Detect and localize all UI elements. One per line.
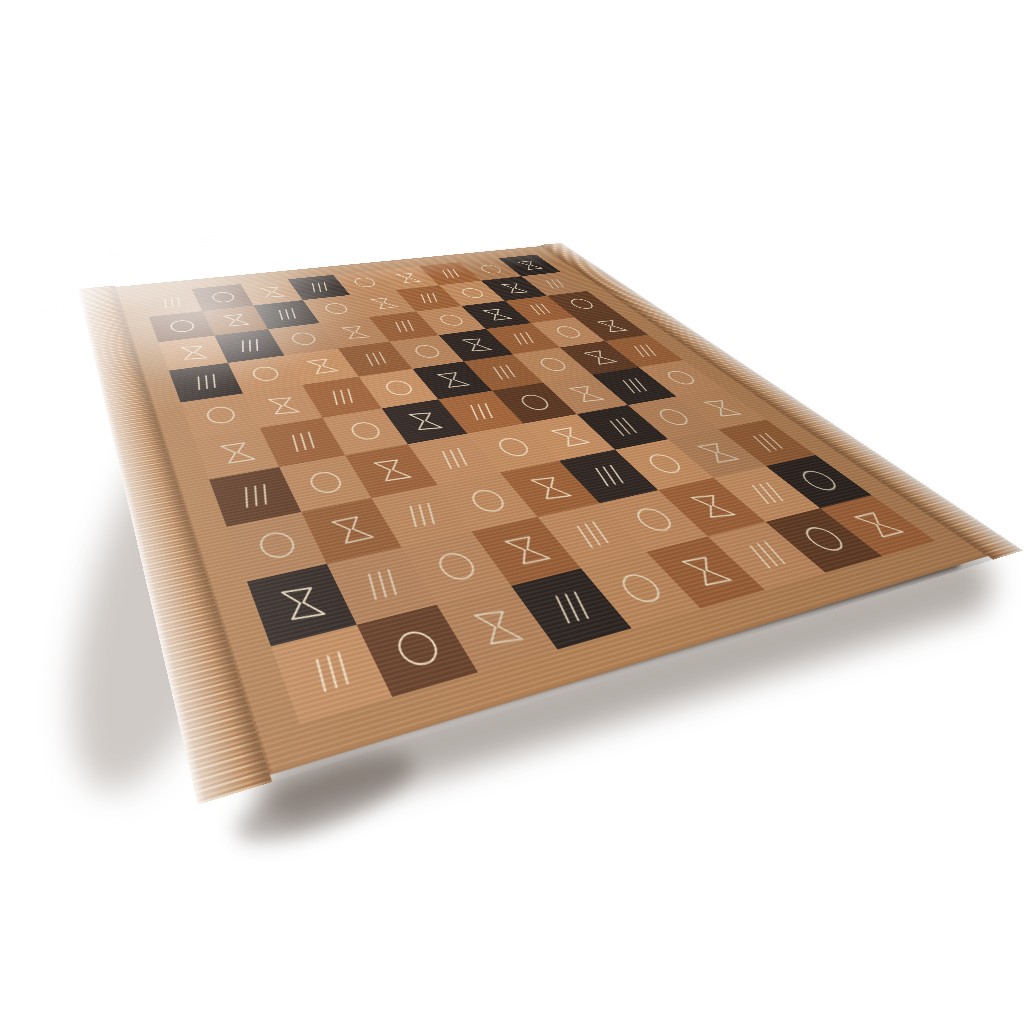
board-cell: [371, 485, 471, 547]
circle-icon: [247, 526, 305, 566]
circle-icon: [425, 546, 487, 587]
hourglass-icon: [212, 438, 261, 467]
board-cell: [228, 355, 302, 393]
board-cell: [522, 272, 588, 296]
board-cell: [472, 517, 581, 586]
circle-icon: [459, 485, 514, 517]
three-lines-icon: [520, 301, 559, 317]
three-lines-icon: [384, 318, 423, 335]
board-cell: [486, 323, 560, 354]
three-lines-icon: [739, 429, 793, 455]
circle-icon: [347, 276, 382, 290]
board-cell: [243, 385, 322, 428]
three-lines-icon: [622, 342, 665, 359]
circle-icon: [487, 433, 539, 461]
board-cell: [158, 336, 228, 371]
hourglass-icon: [271, 581, 332, 627]
board-cell: [628, 396, 719, 439]
board-cell: [268, 323, 338, 355]
circle-icon: [510, 391, 557, 413]
three-lines-icon: [537, 585, 604, 629]
board-cell: [676, 388, 766, 429]
photo-background: [0, 0, 1024, 1024]
three-lines-icon: [184, 371, 226, 393]
board-cell: [369, 311, 439, 341]
board-cell: [419, 262, 481, 285]
three-lines-icon: [278, 428, 327, 456]
circle-icon: [561, 296, 600, 311]
hourglass-icon: [390, 271, 425, 284]
three-lines-icon: [319, 385, 363, 408]
three-lines-icon: [457, 400, 504, 423]
hourglass-icon: [590, 318, 631, 334]
board-cell: [500, 461, 600, 517]
board-cell: [498, 255, 560, 277]
hourglass-icon: [463, 604, 530, 651]
hourglass-icon: [255, 285, 289, 299]
game-board: [140, 255, 935, 724]
hourglass-icon: [260, 394, 304, 418]
board-cell: [439, 281, 505, 306]
circle-icon: [657, 368, 704, 389]
board-cell: [288, 275, 350, 300]
circle-icon: [406, 343, 446, 361]
hourglass-icon: [681, 490, 741, 521]
rug: [115, 246, 988, 775]
hourglass-icon: [577, 348, 621, 368]
hourglass-icon: [495, 282, 531, 295]
board-cell: [714, 466, 821, 522]
board-cell: [547, 291, 616, 317]
board-cell: [301, 498, 401, 564]
board-cell: [395, 285, 461, 311]
hourglass-icon: [845, 507, 909, 542]
three-lines-icon: [536, 277, 573, 290]
board-cell: [438, 391, 523, 434]
circle-icon: [243, 363, 285, 385]
hourglass-icon: [522, 473, 577, 504]
board-cell: [646, 536, 765, 608]
board-cell: [639, 360, 723, 396]
board-cell: [194, 428, 279, 480]
circle-icon: [606, 567, 673, 609]
board-cell: [439, 329, 513, 361]
three-lines-icon: [580, 461, 635, 491]
board-cell: [214, 329, 284, 363]
three-lines-icon: [230, 336, 268, 354]
board-cell: [389, 335, 463, 369]
board-cell: [402, 532, 512, 605]
board-cell: [140, 289, 202, 317]
board-cell: [574, 312, 648, 341]
board-cell: [209, 467, 301, 527]
hourglass-icon: [689, 439, 744, 466]
board-cell: [382, 399, 467, 444]
board-cell: [766, 508, 883, 572]
circle-icon: [284, 330, 322, 348]
circle-icon: [198, 403, 241, 427]
three-lines-icon: [502, 330, 543, 347]
three-lines-icon: [610, 375, 657, 396]
board-cell: [513, 348, 592, 383]
board-cell: [600, 490, 708, 552]
board-cell: [766, 455, 872, 508]
board-cell: [559, 450, 658, 503]
three-lines-icon: [560, 516, 621, 553]
circle-icon: [547, 324, 588, 341]
three-lines-icon: [153, 294, 189, 310]
hourglass-icon: [696, 397, 746, 419]
hourglass-icon: [365, 455, 417, 485]
hourglass-icon: [476, 307, 515, 323]
board-cell: [247, 564, 357, 646]
hourglass-icon: [543, 423, 595, 450]
board-cell: [408, 434, 500, 485]
board-cell: [241, 279, 303, 305]
circle-icon: [431, 312, 470, 328]
board-cell: [350, 290, 416, 317]
board-cell: [577, 405, 668, 450]
three-lines-icon: [427, 444, 479, 473]
circle-icon: [530, 354, 575, 374]
board-cell: [481, 276, 547, 301]
hourglass-icon: [561, 383, 608, 405]
board-cell: [437, 586, 558, 673]
board-cell: [345, 444, 437, 498]
board-cell: [658, 478, 765, 537]
board-cell: [708, 522, 826, 590]
board-cell: [581, 552, 701, 628]
board-cell: [303, 295, 369, 323]
board-cell: [505, 296, 575, 323]
board-cell: [820, 495, 935, 556]
board-cell: [538, 503, 647, 568]
circle-icon: [206, 290, 239, 304]
hourglass-icon: [216, 312, 253, 329]
board-cell: [464, 354, 543, 390]
three-lines-icon: [736, 478, 795, 508]
board-cell: [377, 266, 439, 290]
board-cell: [254, 300, 320, 329]
board-cell: [227, 512, 327, 582]
board-cell: [592, 367, 676, 405]
circle-icon: [163, 318, 200, 335]
board-cell: [279, 455, 371, 512]
board-cell: [320, 317, 390, 348]
board-cell: [461, 301, 531, 329]
circle-icon: [376, 377, 421, 399]
hourglass-icon: [429, 369, 474, 390]
hourglass-icon: [495, 531, 557, 570]
three-lines-icon: [596, 414, 647, 440]
board-cell: [202, 305, 268, 335]
three-lines-icon: [301, 280, 335, 294]
three-lines-icon: [268, 306, 306, 323]
three-lines-icon: [296, 644, 366, 701]
circle-icon: [790, 521, 855, 558]
board-cell: [523, 414, 615, 461]
hourglass-icon: [322, 511, 380, 549]
board-cell: [322, 408, 407, 455]
three-lines-icon: [229, 479, 279, 512]
board-cell: [492, 383, 577, 424]
circle-icon: [454, 286, 490, 300]
hourglass-icon: [335, 324, 374, 341]
board-cell: [333, 270, 395, 294]
board-cell: [531, 317, 605, 347]
three-lines-icon: [733, 536, 799, 574]
board-cell: [302, 377, 382, 418]
circle-icon: [648, 406, 698, 429]
board-cell: [543, 375, 628, 414]
board-cell: [412, 361, 491, 399]
three-lines-icon: [353, 349, 396, 369]
circle-icon: [473, 263, 508, 276]
board-cell: [284, 348, 358, 384]
circle-icon: [383, 624, 449, 674]
board-cell: [668, 429, 766, 478]
circle-icon: [340, 418, 389, 445]
hourglass-icon: [401, 409, 447, 433]
board-cell: [605, 335, 683, 367]
hourglass-icon: [455, 336, 496, 354]
board-cell: [511, 568, 631, 649]
board-cell: [271, 625, 392, 724]
three-lines-icon: [432, 267, 467, 280]
three-lines-icon: [410, 291, 446, 305]
board-cell: [438, 473, 538, 532]
three-lines-icon: [350, 563, 411, 606]
board-cell: [615, 439, 714, 490]
rug-border-band: [115, 246, 988, 775]
circle-icon: [317, 301, 355, 317]
board-cell: [149, 311, 215, 342]
board-cell: [260, 418, 345, 467]
board-cell: [181, 393, 260, 438]
board-cell: [560, 341, 639, 375]
circle-icon: [789, 466, 848, 495]
three-lines-icon: [394, 498, 449, 531]
board-cell: [357, 605, 478, 697]
hourglass-icon: [672, 551, 738, 591]
board-cell: [327, 547, 437, 625]
circle-icon: [622, 502, 683, 538]
board-cell: [718, 420, 815, 466]
board-cell: [359, 369, 439, 409]
hourglass-icon: [300, 356, 343, 377]
board-cell: [338, 342, 412, 377]
board-cell: [192, 284, 254, 311]
hourglass-icon: [174, 343, 211, 362]
board-cell: [459, 258, 521, 280]
hourglass-icon: [512, 259, 547, 272]
circle-icon: [299, 467, 350, 498]
circle-icon: [636, 450, 691, 478]
hourglass-icon: [364, 295, 402, 311]
board-cell: [467, 424, 559, 473]
board-cell: [169, 363, 243, 403]
board-cell: [416, 306, 486, 335]
three-lines-icon: [481, 362, 526, 383]
